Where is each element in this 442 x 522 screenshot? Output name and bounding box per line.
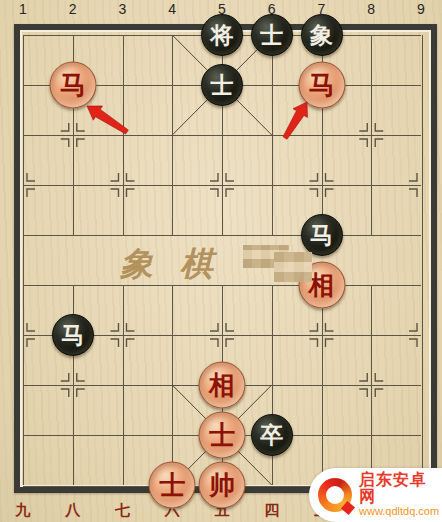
black-pawn[interactable]: 卒 (251, 414, 293, 456)
site-url: www.qdltdq.com (359, 506, 442, 518)
site-watermark-text: 启东安卓网 www.qdltdq.com (359, 472, 442, 517)
black-general[interactable]: 将 (201, 14, 243, 56)
red-advisor-1[interactable]: 士 (199, 412, 246, 459)
red-horse-left[interactable]: 马 (49, 62, 96, 109)
black-horse-2[interactable]: 马 (52, 314, 94, 356)
black-elephant[interactable]: 象 (301, 14, 343, 56)
q-logo-icon (318, 478, 352, 512)
red-advisor-2[interactable]: 士 (149, 462, 196, 509)
xiangqi-board-screen: 123456789 象棋 将士象马士马马相马相士卒士帅 九八七六五四三二一 启东… (0, 0, 442, 522)
black-advisor-1[interactable]: 士 (251, 14, 293, 56)
black-horse-1[interactable]: 马 (301, 214, 343, 256)
site-watermark: 启东安卓网 www.qdltdq.com (309, 468, 442, 522)
red-general[interactable]: 帅 (199, 462, 246, 509)
red-horse-right[interactable]: 马 (298, 62, 345, 109)
pieces-layer: 将士象马士马马相马相士卒士帅 (0, 0, 442, 522)
censor-mosaic (274, 252, 312, 282)
site-name: 启东安卓网 (359, 472, 442, 506)
red-elephant-2[interactable]: 相 (199, 362, 246, 409)
black-advisor-2[interactable]: 士 (201, 64, 243, 106)
